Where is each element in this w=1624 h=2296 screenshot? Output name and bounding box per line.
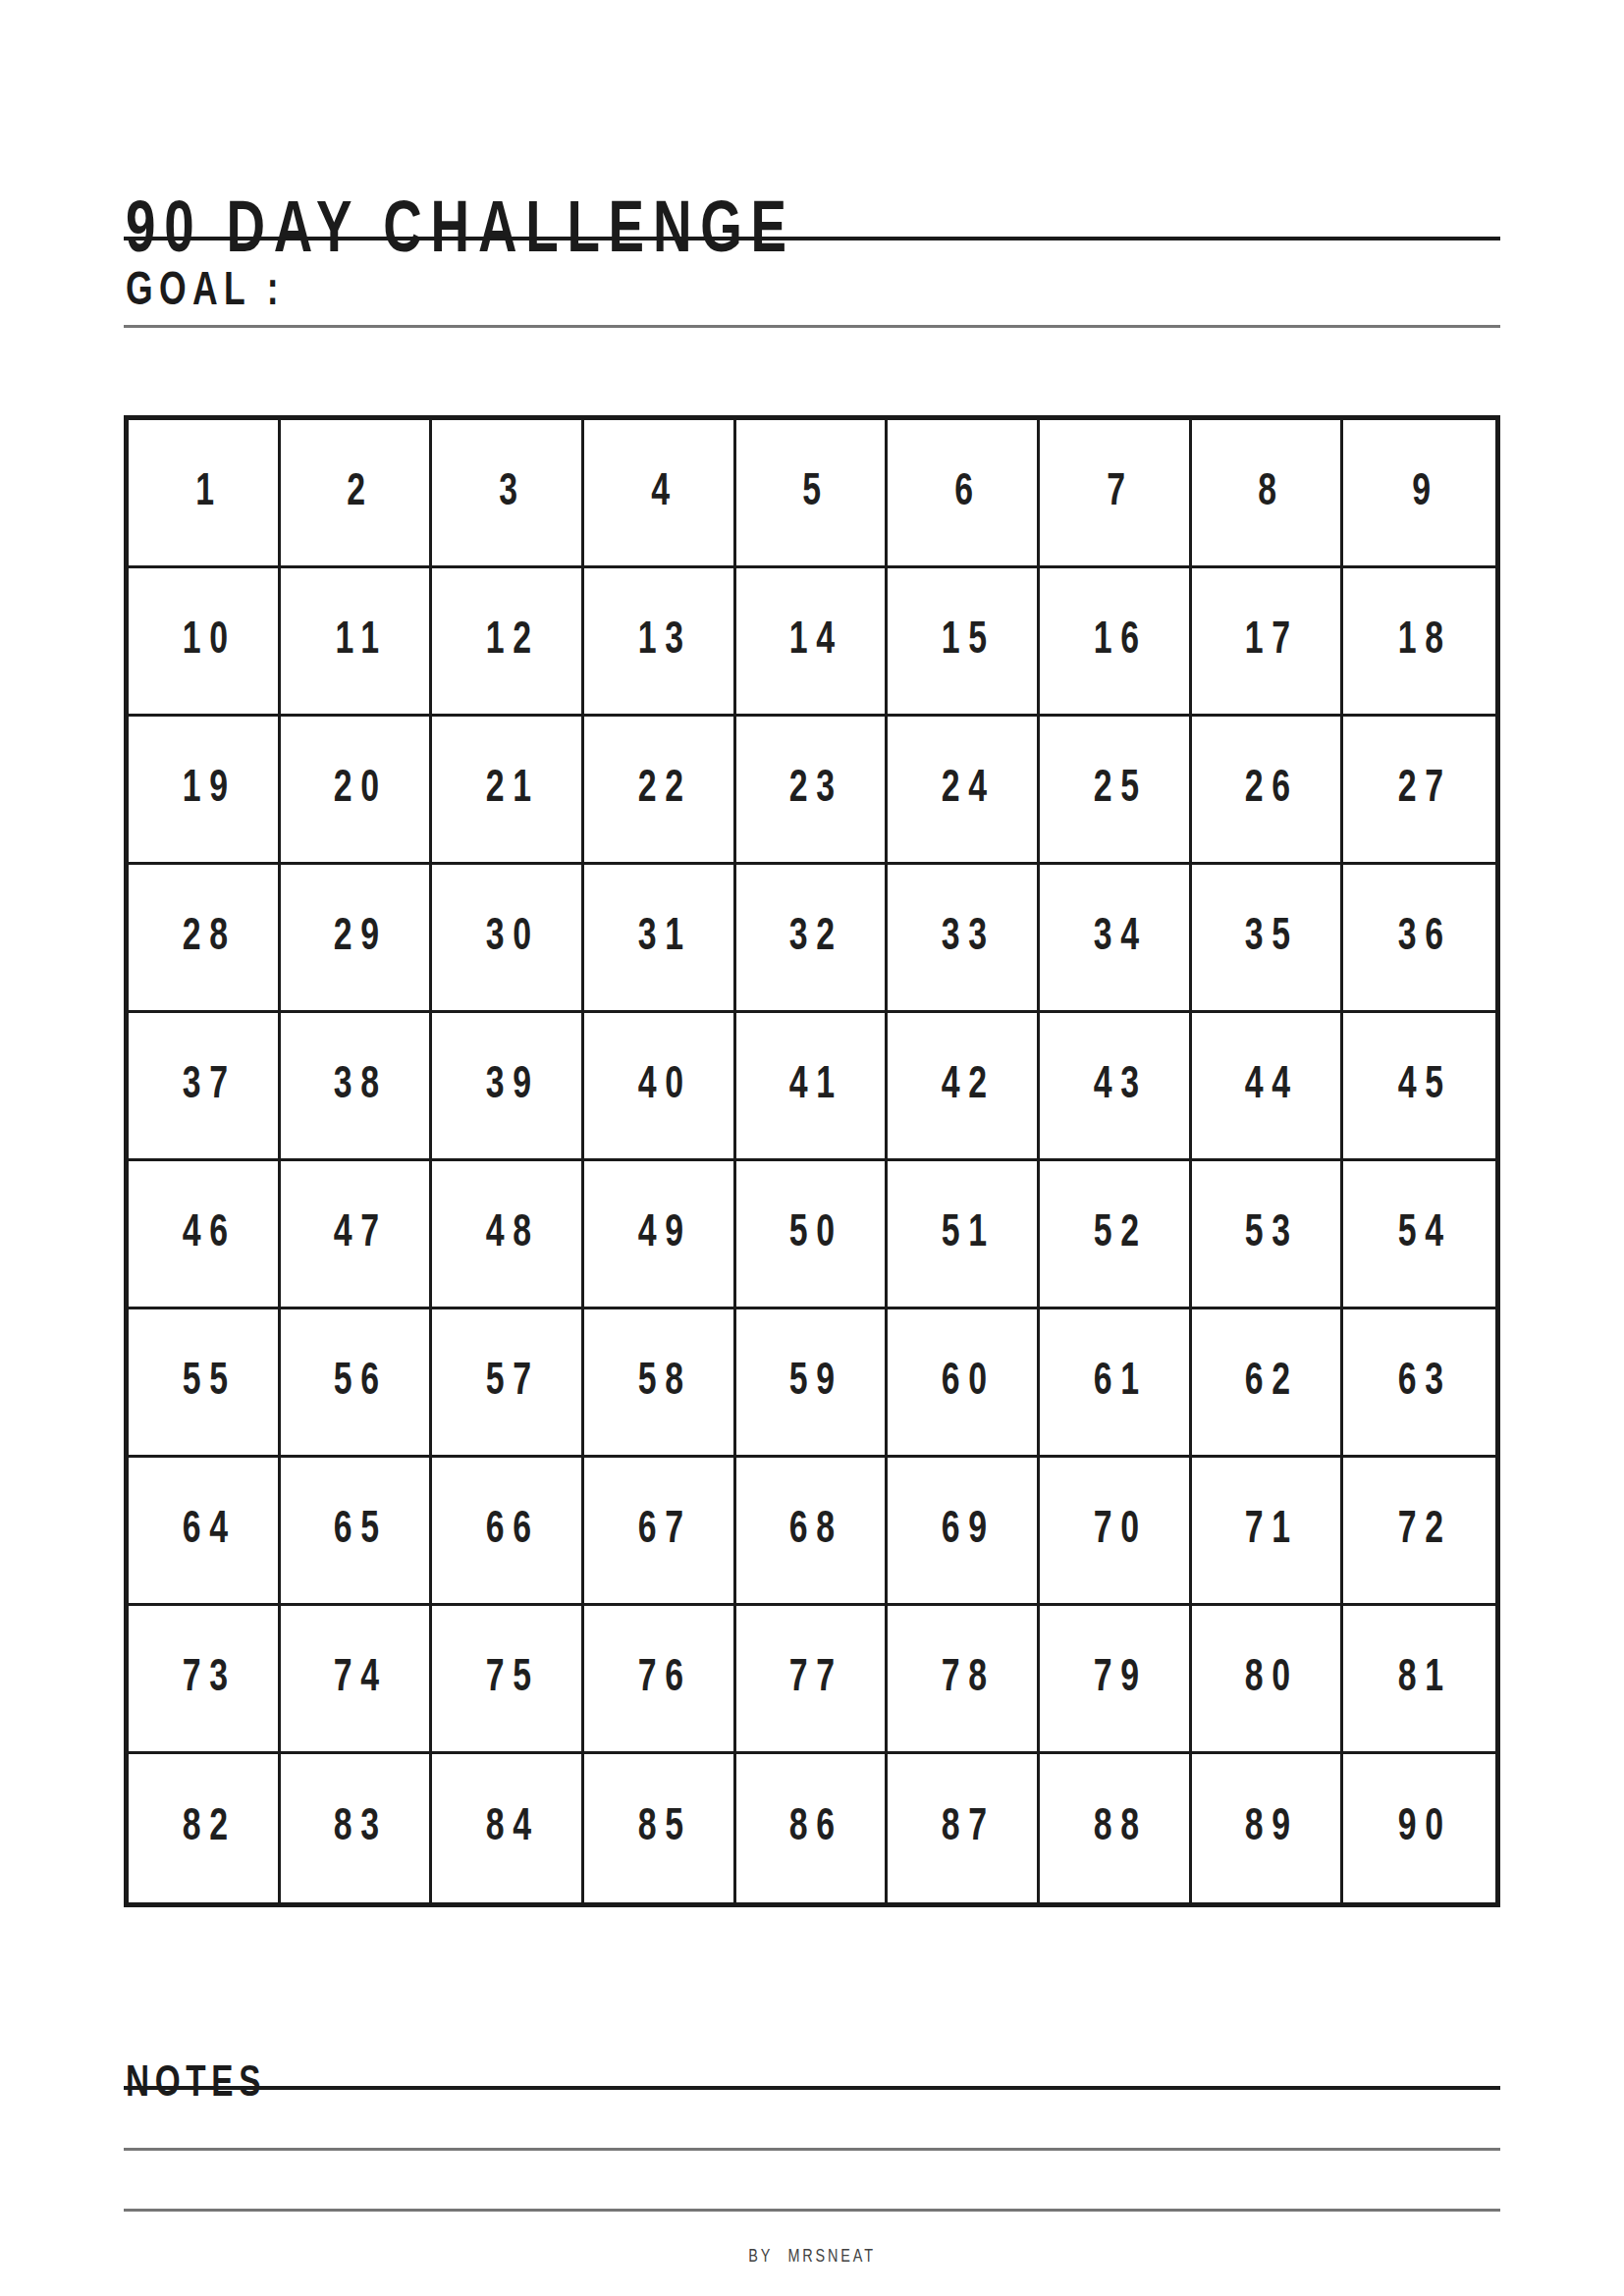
goal-label: GOAL : [126,265,341,312]
day-number: 59 [789,1355,843,1401]
day-cell-79[interactable]: 79 [1040,1606,1192,1754]
day-cell-12[interactable]: 12 [432,568,584,717]
day-number: 78 [942,1651,996,1697]
day-cell-13[interactable]: 13 [584,568,736,717]
day-number: 51 [942,1206,996,1253]
day-cell-37[interactable]: 37 [129,1013,281,1161]
day-cell-32[interactable]: 32 [736,865,889,1013]
day-number: 90 [1398,1800,1452,1846]
day-number: 69 [942,1503,996,1549]
day-number: 71 [1245,1503,1299,1549]
day-number: 84 [486,1800,540,1846]
day-cell-43[interactable]: 43 [1040,1013,1192,1161]
page-title: 90 DAY CHALLENGE [126,190,1030,263]
day-number: 25 [1093,762,1147,808]
day-cell-71[interactable]: 71 [1192,1458,1344,1606]
day-number: 13 [637,614,691,660]
day-number: 54 [1398,1206,1452,1253]
day-cell-87[interactable]: 87 [888,1754,1040,1902]
day-cell-90[interactable]: 90 [1343,1754,1495,1902]
day-cell-76[interactable]: 76 [584,1606,736,1754]
day-number: 55 [182,1355,236,1401]
day-number: 11 [335,614,387,660]
day-number: 24 [942,762,996,808]
day-cell-50[interactable]: 50 [736,1161,889,1309]
day-number: 14 [789,614,843,660]
day-number: 53 [1245,1206,1299,1253]
day-number: 37 [182,1058,236,1104]
day-cell-74[interactable]: 74 [281,1606,433,1754]
day-number: 76 [637,1651,691,1697]
day-cell-65[interactable]: 65 [281,1458,433,1606]
day-cell-63[interactable]: 63 [1343,1309,1495,1458]
day-number: 52 [1093,1206,1147,1253]
day-cell-1[interactable]: 1 [129,420,281,568]
day-number: 61 [1093,1355,1147,1401]
day-cell-30[interactable]: 30 [432,865,584,1013]
day-number: 5 [803,465,831,511]
day-number: 81 [1398,1651,1452,1697]
day-cell-77[interactable]: 77 [736,1606,889,1754]
day-number: 87 [942,1800,996,1846]
day-cell-47[interactable]: 47 [281,1161,433,1309]
day-number: 43 [1093,1058,1147,1104]
day-cell-16[interactable]: 16 [1040,568,1192,717]
day-cell-88[interactable]: 88 [1040,1754,1192,1902]
day-number: 31 [637,910,691,956]
day-cell-40[interactable]: 40 [584,1013,736,1161]
day-cell-25[interactable]: 25 [1040,717,1192,865]
day-cell-84[interactable]: 84 [432,1754,584,1902]
day-number: 45 [1398,1058,1452,1104]
day-number: 60 [942,1355,996,1401]
day-number: 47 [334,1206,388,1253]
day-cell-39[interactable]: 39 [432,1013,584,1161]
day-cell-34[interactable]: 34 [1040,865,1192,1013]
day-number: 28 [182,910,236,956]
day-cell-17[interactable]: 17 [1192,568,1344,717]
day-cell-85[interactable]: 85 [584,1754,736,1902]
day-number: 34 [1093,910,1147,956]
day-number: 44 [1245,1058,1299,1104]
day-cell-70[interactable]: 70 [1040,1458,1192,1606]
day-number: 88 [1093,1800,1147,1846]
day-cell-24[interactable]: 24 [888,717,1040,865]
day-cell-49[interactable]: 49 [584,1161,736,1309]
page-title-text: 90 DAY CHALLENGE [126,190,795,263]
day-cell-5[interactable]: 5 [736,420,889,568]
day-cell-72[interactable]: 72 [1343,1458,1495,1606]
day-cell-7[interactable]: 7 [1040,420,1192,568]
day-number: 19 [182,762,236,808]
notes-label-text: NOTES [126,2058,266,2103]
day-number: 74 [334,1651,388,1697]
day-number: 18 [1398,614,1452,660]
day-grid: 1234567891011121314151617181920212223242… [124,415,1500,1907]
day-cell-59[interactable]: 59 [736,1309,889,1458]
day-number: 49 [637,1206,691,1253]
day-cell-8[interactable]: 8 [1192,420,1344,568]
day-number: 72 [1398,1503,1452,1549]
day-number: 70 [1093,1503,1147,1549]
footer-credit-text: BY MRSNEAT [748,2247,876,2265]
day-cell-26[interactable]: 26 [1192,717,1344,865]
day-cell-82[interactable]: 82 [129,1754,281,1902]
day-cell-51[interactable]: 51 [888,1161,1040,1309]
day-cell-21[interactable]: 21 [432,717,584,865]
day-number: 10 [182,614,236,660]
day-cell-11[interactable]: 11 [281,568,433,717]
day-cell-3[interactable]: 3 [432,420,584,568]
day-number: 77 [789,1651,843,1697]
day-number: 21 [486,762,540,808]
day-number: 75 [486,1651,540,1697]
day-cell-19[interactable]: 19 [129,717,281,865]
day-number: 80 [1245,1651,1299,1697]
day-cell-45[interactable]: 45 [1343,1013,1495,1161]
day-number: 89 [1245,1800,1299,1846]
day-number: 67 [637,1503,691,1549]
day-cell-29[interactable]: 29 [281,865,433,1013]
day-number: 83 [334,1800,388,1846]
notes-label: NOTES [126,2058,315,2103]
notes-divider [124,2086,1500,2090]
day-cell-68[interactable]: 68 [736,1458,889,1606]
day-cell-20[interactable]: 20 [281,717,433,865]
day-number: 85 [637,1800,691,1846]
day-number: 2 [348,465,375,511]
day-number: 38 [334,1058,388,1104]
day-cell-38[interactable]: 38 [281,1013,433,1161]
day-number: 33 [942,910,996,956]
day-number: 86 [789,1800,843,1846]
day-number: 22 [637,762,691,808]
notes-line-1[interactable] [124,2148,1500,2151]
day-number: 35 [1245,910,1299,956]
day-cell-18[interactable]: 18 [1343,568,1495,717]
tracker-page: 90 DAY CHALLENGE GOAL : 1234567891011121… [0,0,1624,2296]
day-number: 29 [334,910,388,956]
day-cell-31[interactable]: 31 [584,865,736,1013]
day-number: 46 [182,1206,236,1253]
day-cell-53[interactable]: 53 [1192,1161,1344,1309]
day-cell-46[interactable]: 46 [129,1161,281,1309]
day-number: 4 [651,465,678,511]
day-cell-48[interactable]: 48 [432,1161,584,1309]
day-number: 79 [1093,1651,1147,1697]
day-cell-23[interactable]: 23 [736,717,889,865]
day-cell-60[interactable]: 60 [888,1309,1040,1458]
day-cell-42[interactable]: 42 [888,1013,1040,1161]
day-number: 66 [486,1503,540,1549]
day-number: 6 [954,465,982,511]
day-number: 57 [486,1355,540,1401]
day-cell-66[interactable]: 66 [432,1458,584,1606]
day-number: 30 [486,910,540,956]
day-cell-86[interactable]: 86 [736,1754,889,1902]
day-cell-41[interactable]: 41 [736,1013,889,1161]
day-cell-14[interactable]: 14 [736,568,889,717]
day-cell-36[interactable]: 36 [1343,865,1495,1013]
day-number: 48 [486,1206,540,1253]
day-number: 15 [942,614,996,660]
day-number: 16 [1093,614,1147,660]
day-cell-58[interactable]: 58 [584,1309,736,1458]
day-number: 63 [1398,1355,1452,1401]
day-number: 73 [182,1651,236,1697]
day-cell-80[interactable]: 80 [1192,1606,1344,1754]
day-number: 58 [637,1355,691,1401]
day-number: 68 [789,1503,843,1549]
day-cell-61[interactable]: 61 [1040,1309,1192,1458]
day-cell-54[interactable]: 54 [1343,1161,1495,1309]
day-number: 3 [499,465,526,511]
day-number: 20 [334,762,388,808]
day-number: 82 [182,1800,236,1846]
day-number: 9 [1412,465,1439,511]
day-cell-89[interactable]: 89 [1192,1754,1344,1902]
day-cell-33[interactable]: 33 [888,865,1040,1013]
day-cell-67[interactable]: 67 [584,1458,736,1606]
goal-input-line[interactable] [124,325,1500,328]
day-number: 41 [789,1058,843,1104]
day-cell-4[interactable]: 4 [584,420,736,568]
day-cell-28[interactable]: 28 [129,865,281,1013]
notes-line-2[interactable] [124,2209,1500,2212]
day-number: 23 [789,762,843,808]
day-cell-55[interactable]: 55 [129,1309,281,1458]
day-number: 32 [789,910,843,956]
day-number: 39 [486,1058,540,1104]
day-cell-9[interactable]: 9 [1343,420,1495,568]
day-cell-83[interactable]: 83 [281,1754,433,1902]
day-number: 26 [1245,762,1299,808]
day-cell-44[interactable]: 44 [1192,1013,1344,1161]
day-number: 56 [334,1355,388,1401]
day-cell-73[interactable]: 73 [129,1606,281,1754]
day-number: 7 [1107,465,1134,511]
day-number: 64 [182,1503,236,1549]
day-number: 42 [942,1058,996,1104]
day-number: 40 [637,1058,691,1104]
day-number: 1 [195,465,223,511]
day-number: 36 [1398,910,1452,956]
day-number: 50 [789,1206,843,1253]
day-cell-64[interactable]: 64 [129,1458,281,1606]
day-cell-81[interactable]: 81 [1343,1606,1495,1754]
title-divider [124,237,1500,240]
day-cell-22[interactable]: 22 [584,717,736,865]
footer-credit: BY MRSNEAT [0,2247,1624,2265]
day-number: 8 [1259,465,1286,511]
day-number: 12 [486,614,540,660]
day-cell-52[interactable]: 52 [1040,1161,1192,1309]
day-cell-10[interactable]: 10 [129,568,281,717]
day-number: 17 [1245,614,1299,660]
day-cell-15[interactable]: 15 [888,568,1040,717]
day-cell-27[interactable]: 27 [1343,717,1495,865]
day-cell-69[interactable]: 69 [888,1458,1040,1606]
goal-label-text: GOAL : [126,265,285,312]
day-cell-57[interactable]: 57 [432,1309,584,1458]
day-cell-2[interactable]: 2 [281,420,433,568]
day-cell-62[interactable]: 62 [1192,1309,1344,1458]
day-cell-78[interactable]: 78 [888,1606,1040,1754]
day-cell-6[interactable]: 6 [888,420,1040,568]
day-number: 62 [1245,1355,1299,1401]
day-number: 65 [334,1503,388,1549]
day-number: 27 [1398,762,1452,808]
day-cell-35[interactable]: 35 [1192,865,1344,1013]
day-cell-56[interactable]: 56 [281,1309,433,1458]
day-cell-75[interactable]: 75 [432,1606,584,1754]
